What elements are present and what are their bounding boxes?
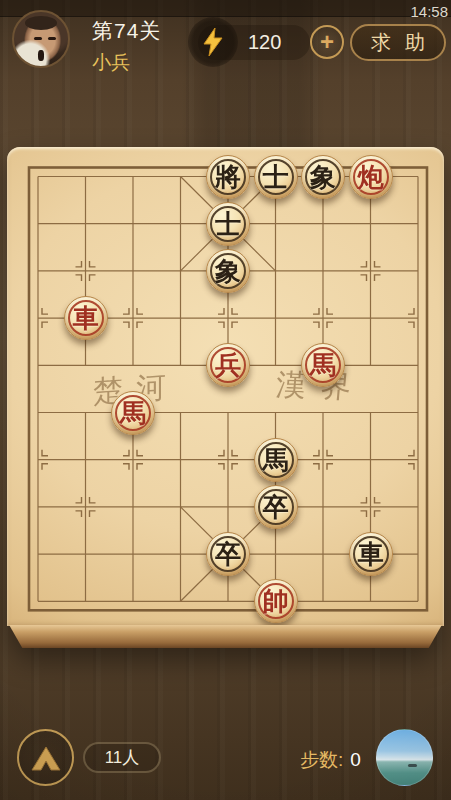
chevron-up-icon (29, 743, 63, 773)
piece-red-horse-1[interactable]: 馬 (301, 343, 345, 387)
photo-thumbnail-button[interactable] (376, 729, 433, 786)
piece-black-elephant-2[interactable]: 象 (206, 249, 250, 293)
board-front-edge (7, 625, 444, 648)
steps-counter: 步数:0 (300, 747, 361, 773)
piece-black-pawn-1[interactable]: 卒 (254, 485, 298, 529)
help-button[interactable]: 求助 (350, 24, 446, 61)
piece-glyph: 卒 (215, 541, 241, 567)
xiangqi-board[interactable]: 楚河 漢界 將士象炮士象車兵馬馬馬卒卒車帥 (7, 147, 444, 648)
avatar-hair (25, 16, 57, 30)
level-label: 第74关 (92, 17, 161, 45)
piece-red-chariot[interactable]: 車 (64, 296, 108, 340)
piece-glyph: 卒 (263, 494, 289, 520)
piece-glyph: 象 (215, 258, 241, 284)
lightning-icon (188, 17, 238, 67)
status-clock: 14:58 (410, 3, 448, 20)
piece-glyph: 炮 (358, 164, 384, 190)
piece-glyph: 將 (215, 164, 241, 190)
game-screen: 第74关 小兵 120 + 求助 14:58 楚河 漢界 將士象炮士象車兵馬馬馬… (0, 0, 451, 800)
piece-glyph: 車 (358, 541, 384, 567)
piece-black-advisor-2[interactable]: 士 (206, 202, 250, 246)
piece-black-horse[interactable]: 馬 (254, 438, 298, 482)
piece-red-pawn[interactable]: 兵 (206, 343, 250, 387)
piece-red-cannon[interactable]: 炮 (349, 155, 393, 199)
piece-red-general[interactable]: 帥 (254, 579, 298, 623)
piece-black-elephant-1[interactable]: 象 (301, 155, 345, 199)
bottom-bar: 11人 步数:0 (0, 720, 451, 800)
piece-black-advisor-1[interactable]: 士 (254, 155, 298, 199)
piece-glyph: 帥 (263, 588, 289, 614)
piece-glyph: 車 (73, 305, 99, 331)
player-rank-label: 小兵 (92, 50, 161, 76)
boat-speck (408, 764, 417, 767)
piece-glyph: 馬 (263, 447, 289, 473)
piece-glyph: 兵 (215, 352, 241, 378)
piece-glyph: 馬 (310, 352, 336, 378)
piece-glyph: 士 (215, 211, 241, 237)
add-energy-button[interactable]: + (310, 25, 344, 59)
avatar-beard (38, 50, 44, 61)
piece-black-general[interactable]: 將 (206, 155, 250, 199)
avatar[interactable] (12, 10, 70, 68)
piece-black-chariot[interactable]: 車 (349, 532, 393, 576)
top-bar: 第74关 小兵 120 + 求助 14:58 (0, 0, 451, 90)
players-count-badge: 11人 (83, 742, 161, 773)
expand-button[interactable] (17, 729, 74, 786)
steps-value: 0 (350, 749, 361, 770)
piece-black-pawn-2[interactable]: 卒 (206, 532, 250, 576)
avatar-eyes (34, 37, 42, 40)
piece-glyph: 士 (263, 164, 289, 190)
piece-red-horse-2[interactable]: 馬 (111, 391, 155, 435)
steps-label: 步数: (300, 749, 343, 770)
piece-glyph: 馬 (120, 400, 146, 426)
piece-glyph: 象 (310, 164, 336, 190)
level-box: 第74关 小兵 (92, 17, 161, 76)
energy-value: 120 (248, 31, 281, 54)
